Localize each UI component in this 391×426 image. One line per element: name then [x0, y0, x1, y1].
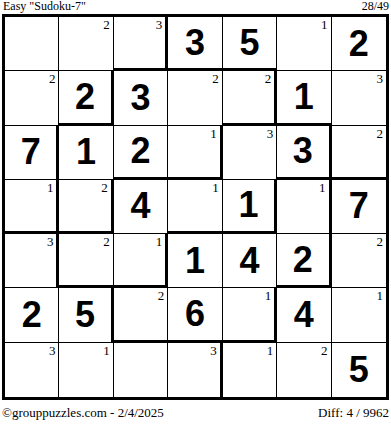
cell-r1c1[interactable]: [5, 17, 59, 71]
pencil-count: 1: [319, 180, 326, 195]
cell-r2c2[interactable]: 2: [59, 71, 113, 125]
pencil-count: 2: [376, 126, 383, 141]
cell-r3c1[interactable]: 7: [5, 126, 59, 180]
given-digit: 6: [168, 288, 221, 339]
pencil-count: 1: [212, 180, 219, 195]
puzzle-title: Easy "Sudoku-7": [3, 0, 86, 13]
pencil-count: 1: [103, 343, 110, 358]
pencil-count: 1: [267, 343, 274, 358]
given-digit: 1: [168, 234, 221, 287]
cell-r3c7[interactable]: 2: [332, 126, 386, 180]
cell-r3c3[interactable]: 2: [114, 126, 168, 180]
cell-r2c3[interactable]: 3: [114, 71, 168, 125]
cell-r4c5[interactable]: 1: [223, 180, 277, 234]
cell-r2c7[interactable]: 3: [332, 71, 386, 125]
cell-r3c4[interactable]: 1: [168, 126, 222, 180]
cell-r4c4[interactable]: 1: [168, 180, 222, 234]
sudoku-board: 2335122232213712133212411173211422252614…: [2, 14, 389, 400]
cell-r7c6[interactable]: 2: [277, 343, 331, 397]
pencil-count: 3: [49, 343, 56, 358]
cell-r7c7[interactable]: 5: [332, 343, 386, 397]
copyright-and-date: ©grouppuzzles.com - 2/4/2025: [2, 405, 164, 421]
pencil-count: 1: [376, 288, 383, 303]
cell-r5c1[interactable]: 3: [5, 234, 59, 288]
pencil-count: 2: [376, 234, 383, 249]
header: Easy "Sudoku-7" 28/49: [3, 0, 389, 13]
pencil-count: 3: [267, 126, 274, 141]
pencil-count: 1: [210, 126, 217, 141]
cell-r3c6[interactable]: 3: [277, 126, 331, 180]
pencil-count: 2: [103, 17, 110, 32]
cell-r2c5[interactable]: 2: [223, 71, 277, 125]
pencil-count: 1: [321, 17, 328, 32]
cell-r2c4[interactable]: 2: [168, 71, 222, 125]
cell-r6c7[interactable]: 1: [332, 288, 386, 342]
pencil-count: 3: [376, 71, 383, 86]
pencil-count: 2: [321, 343, 328, 358]
pencil-count: 1: [156, 234, 163, 249]
given-digit: 5: [332, 343, 386, 397]
cell-r4c6[interactable]: 1: [277, 180, 331, 234]
cell-r5c3[interactable]: 1: [114, 234, 168, 288]
cell-r6c1[interactable]: 2: [5, 288, 59, 342]
given-digit: 2: [5, 288, 58, 341]
given-digit: 1: [59, 126, 112, 179]
cell-r4c2[interactable]: 2: [59, 180, 113, 234]
cell-r5c4[interactable]: 1: [168, 234, 222, 288]
given-digit: 7: [5, 126, 56, 179]
cell-r4c3[interactable]: 4: [114, 180, 168, 234]
cell-r1c5[interactable]: 5: [223, 17, 277, 71]
given-digit: 3: [168, 17, 221, 68]
cell-r6c3[interactable]: 2: [114, 288, 168, 342]
cell-r1c7[interactable]: 2: [332, 17, 386, 71]
pencil-count: 1: [47, 180, 54, 195]
cell-r3c2[interactable]: 1: [59, 126, 113, 180]
cell-r5c7[interactable]: 2: [332, 234, 386, 288]
pencil-count: 2: [265, 71, 272, 86]
given-digit: 1: [277, 71, 330, 122]
given-digit: 1: [223, 180, 274, 231]
cell-r3c5[interactable]: 3: [223, 126, 277, 180]
given-digit: 3: [277, 126, 328, 177]
given-digit: 2: [59, 71, 110, 122]
given-digit: 5: [59, 288, 110, 341]
given-digit: 4: [114, 180, 167, 233]
given-digit: 2: [114, 126, 167, 177]
pencil-count: 2: [101, 180, 108, 195]
cell-r4c7[interactable]: 7: [332, 180, 386, 234]
cell-r6c2[interactable]: 5: [59, 288, 113, 342]
cell-r7c3[interactable]: [114, 343, 168, 397]
cell-r7c4[interactable]: 3: [168, 343, 222, 397]
cell-r1c2[interactable]: 2: [59, 17, 113, 71]
pencil-count: 2: [212, 71, 219, 86]
cell-r6c4[interactable]: 6: [168, 288, 222, 342]
pencil-count: 3: [47, 234, 54, 249]
given-digit: 7: [332, 180, 386, 233]
pencil-count: 2: [103, 234, 110, 249]
cell-r6c6[interactable]: 4: [277, 288, 331, 342]
difficulty-label: Diff: 4 / 9962: [318, 405, 389, 421]
pencil-count: 2: [49, 71, 56, 86]
cell-r1c6[interactable]: 1: [277, 17, 331, 71]
cell-r1c3[interactable]: 3: [114, 17, 168, 71]
pencil-count: 3: [156, 17, 163, 32]
cell-r5c2[interactable]: 2: [59, 234, 113, 288]
given-digit: 5: [223, 17, 276, 68]
cell-r7c2[interactable]: 1: [59, 343, 113, 397]
cell-r1c4[interactable]: 3: [168, 17, 222, 71]
cells-remaining-counter: 28/49: [362, 0, 389, 13]
given-digit: 3: [114, 71, 167, 124]
footer: ©grouppuzzles.com - 2/4/2025 Diff: 4 / 9…: [2, 405, 389, 423]
cell-r4c1[interactable]: 1: [5, 180, 59, 234]
cell-r5c5[interactable]: 4: [223, 234, 277, 288]
pencil-count: 1: [265, 288, 272, 303]
cell-r7c1[interactable]: 3: [5, 343, 59, 397]
pencil-count: 2: [158, 288, 165, 303]
given-digit: 2: [277, 234, 328, 285]
cell-r5c6[interactable]: 2: [277, 234, 331, 288]
given-digit: 2: [332, 17, 386, 70]
cell-r6c5[interactable]: 1: [223, 288, 277, 342]
given-digit: 4: [277, 288, 330, 341]
cell-r7c5[interactable]: 1: [223, 343, 277, 397]
given-digit: 4: [223, 234, 276, 287]
cell-r2c6[interactable]: 1: [277, 71, 331, 125]
pencil-count: 3: [210, 343, 217, 358]
cell-r2c1[interactable]: 2: [5, 71, 59, 125]
